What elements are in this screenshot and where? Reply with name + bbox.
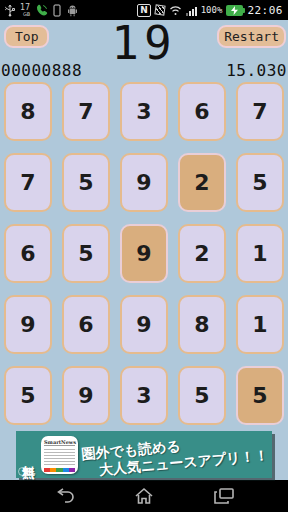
cell-number: 3 [136, 99, 151, 124]
cell-number: 5 [78, 170, 93, 195]
smartnews-app-icon: SmartNews [41, 436, 78, 474]
grid-cell[interactable]: 9 [120, 295, 168, 354]
cell-number: 1 [252, 241, 267, 266]
cell-number: 9 [20, 312, 35, 337]
cell-number: 2 [194, 170, 209, 195]
android-nav-bar [0, 480, 288, 512]
device-icon [53, 4, 61, 17]
grid-cell-selected[interactable]: 9 [120, 224, 168, 283]
cell-number: 6 [194, 99, 209, 124]
grid-cell-selected[interactable]: 5 [236, 366, 284, 425]
cell-number: 6 [20, 241, 35, 266]
game-screen: Top 19 Restart 00000888 15.030 8 7 3 6 7… [0, 20, 288, 480]
usb-icon [5, 4, 15, 17]
signal-strength-icon [186, 5, 197, 16]
grid-cell[interactable]: 5 [236, 153, 284, 212]
newspaper-lines [44, 447, 75, 467]
grid-cell[interactable]: 9 [62, 366, 110, 425]
active-call-icon [35, 4, 48, 17]
ad-copy: 圏外でも読める 大人気ニュースアプリ！！ [81, 429, 269, 479]
cell-number: 5 [78, 241, 93, 266]
recents-button[interactable] [213, 488, 235, 504]
cell-number: 5 [20, 383, 35, 408]
felica-reader-icon [154, 4, 165, 15]
grid-cell[interactable]: 8 [4, 82, 52, 141]
cell-number: 9 [136, 241, 151, 266]
grid-cell[interactable]: 5 [178, 366, 226, 425]
cell-number: 9 [78, 383, 93, 408]
timer-display: 15.030 [226, 61, 287, 80]
grid-cell[interactable]: 9 [120, 153, 168, 212]
grid-cell[interactable]: 2 [178, 224, 226, 283]
cell-number: 7 [78, 99, 93, 124]
clock-time: 22:06 [247, 4, 283, 17]
grid-cell[interactable]: 7 [4, 153, 52, 212]
cell-number: 7 [20, 170, 35, 195]
battery-icon [226, 5, 243, 16]
grid-cell[interactable]: 5 [62, 153, 110, 212]
nfc-icon: N [137, 4, 151, 17]
wifi-icon [169, 5, 182, 16]
grid-cell[interactable]: 3 [120, 366, 168, 425]
cell-number: 2 [194, 241, 209, 266]
restart-button[interactable]: Restart [217, 25, 286, 48]
ad-info-icon [18, 467, 27, 476]
cell-number: 5 [252, 170, 267, 195]
smartnews-logo-text: SmartNews [44, 439, 75, 446]
cell-number: 7 [252, 99, 267, 124]
cell-number: 6 [78, 312, 93, 337]
cell-number: 9 [136, 312, 151, 337]
game-header: Top 19 Restart 00000888 15.030 [0, 20, 288, 82]
grid-cell[interactable]: 1 [236, 224, 284, 283]
cell-number: 1 [252, 312, 267, 337]
cell-number: 3 [136, 383, 151, 408]
data-usage-indicator: 17GB [20, 4, 30, 17]
cell-number: 9 [136, 170, 151, 195]
grid-cell[interactable]: 6 [62, 295, 110, 354]
score-display: 00000888 [1, 61, 82, 80]
grid-cell[interactable]: 7 [62, 82, 110, 141]
cell-number: 8 [20, 99, 35, 124]
grid-cell[interactable]: 3 [120, 82, 168, 141]
android-robot-icon [66, 4, 79, 17]
cell-number: 5 [252, 383, 267, 408]
back-button[interactable] [53, 488, 75, 504]
grid-cell[interactable]: 1 [236, 295, 284, 354]
grid-cell[interactable]: 6 [4, 224, 52, 283]
grid-cell[interactable]: 5 [4, 366, 52, 425]
color-strip [44, 468, 75, 472]
grid-cell[interactable]: 7 [236, 82, 284, 141]
ad-banner[interactable]: 無料 SmartNews 圏外でも読める 大人気ニュースアプリ！！ [16, 431, 272, 478]
grid-cell[interactable]: 8 [178, 295, 226, 354]
grid-cell-selected[interactable]: 2 [178, 153, 226, 212]
number-grid: 8 7 3 6 7 7 5 9 2 5 6 5 9 2 1 9 6 9 8 1 … [0, 82, 288, 425]
cell-number: 8 [194, 312, 209, 337]
grid-cell[interactable]: 5 [62, 224, 110, 283]
battery-percentage: 100% [201, 5, 223, 15]
home-button[interactable] [134, 487, 154, 505]
cell-number: 5 [194, 383, 209, 408]
grid-cell[interactable]: 9 [4, 295, 52, 354]
grid-cell[interactable]: 6 [178, 82, 226, 141]
